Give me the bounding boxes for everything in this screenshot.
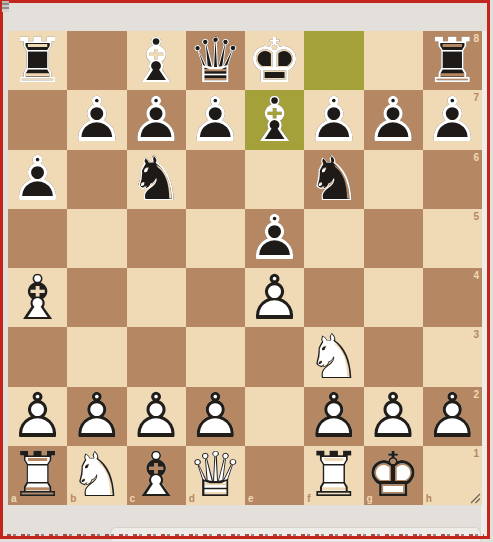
black-pawn-outline-glyph: ♙ <box>364 90 423 149</box>
black-pawn-outline-glyph: ♙ <box>245 209 304 268</box>
square-g8[interactable] <box>364 31 423 90</box>
black-bishop-glyph: ♝ <box>245 90 304 149</box>
square-g6[interactable] <box>364 150 423 209</box>
square-g1[interactable]: ♚♔g <box>364 446 423 505</box>
black-pawn-glyph: ♟ <box>245 209 304 268</box>
square-a4[interactable]: ♝♗ <box>8 268 67 327</box>
square-e5[interactable]: ♟♙ <box>245 209 304 268</box>
white-pawn-glyph: ♟ <box>245 268 304 327</box>
file-label-d: d <box>189 493 195 504</box>
square-a5[interactable] <box>8 209 67 268</box>
square-d2[interactable]: ♟♙ <box>186 387 245 446</box>
black-knight-glyph: ♞ <box>127 150 186 209</box>
right-margin-strip <box>481 31 488 539</box>
square-c7[interactable]: ♟♙ <box>127 90 186 149</box>
file-label-b: b <box>70 493 76 504</box>
white-pawn-outline-glyph: ♙ <box>304 387 363 446</box>
white-rook-glyph: ♜ <box>304 446 363 505</box>
square-h7[interactable]: ♟♙7 <box>423 90 482 149</box>
square-b7[interactable]: ♟♙ <box>67 90 126 149</box>
file-label-f: f <box>307 493 310 504</box>
square-c6[interactable]: ♞♘ <box>127 150 186 209</box>
rank-label-1: 1 <box>473 448 479 459</box>
board-grid[interactable]: ♜♖♝♗♛♕♚♔♜♖8♟♙♟♙♟♙♝♗♟♙♟♙♟♙7♟♙♞♘♞♘6♟♙5♝♗♟♙… <box>8 31 482 505</box>
screenshot-root: ♜♖♝♗♛♕♚♔♜♖8♟♙♟♙♟♙♝♗♟♙♟♙♟♙7♟♙♞♘♞♘6♟♙5♝♗♟♙… <box>0 0 493 542</box>
square-e7[interactable]: ♝♗ <box>245 90 304 149</box>
square-d5[interactable] <box>186 209 245 268</box>
white-bishop-outline-glyph: ♗ <box>127 446 186 505</box>
square-a6[interactable]: ♟♙ <box>8 150 67 209</box>
white-pawn-glyph: ♟ <box>127 387 186 446</box>
piece-white-pawn[interactable]: ♟♙ <box>127 387 186 446</box>
white-pawn-outline-glyph: ♙ <box>364 387 423 446</box>
piece-black-knight[interactable]: ♞♘ <box>304 150 363 209</box>
square-c1[interactable]: ♝♗c <box>127 446 186 505</box>
square-g4[interactable] <box>364 268 423 327</box>
board-resize-handle-icon[interactable] <box>469 492 481 504</box>
white-pawn-outline-glyph: ♙ <box>127 387 186 446</box>
rank-label-6: 6 <box>473 152 479 163</box>
black-king-glyph: ♚ <box>245 31 304 90</box>
piece-black-bishop[interactable]: ♝♗ <box>245 90 304 149</box>
square-g3[interactable] <box>364 327 423 386</box>
piece-white-pawn[interactable]: ♟♙ <box>8 387 67 446</box>
square-c5[interactable] <box>127 209 186 268</box>
black-pawn-glyph: ♟ <box>127 90 186 149</box>
square-f6[interactable]: ♞♘ <box>304 150 363 209</box>
file-label-a: a <box>11 493 17 504</box>
square-e3[interactable] <box>245 327 304 386</box>
white-rook-outline-glyph: ♖ <box>304 446 363 505</box>
square-f1[interactable]: ♜♖f <box>304 446 363 505</box>
white-pawn-outline-glyph: ♙ <box>186 387 245 446</box>
square-d8[interactable]: ♛♕ <box>186 31 245 90</box>
black-bishop-outline-glyph: ♗ <box>245 90 304 149</box>
piece-white-bishop[interactable]: ♝♗ <box>127 446 186 505</box>
white-pawn-glyph: ♟ <box>186 387 245 446</box>
black-queen-glyph: ♛ <box>186 31 245 90</box>
white-knight-outline-glyph: ♘ <box>304 327 363 386</box>
piece-black-pawn[interactable]: ♟♙ <box>304 90 363 149</box>
square-f2[interactable]: ♟♙ <box>304 387 363 446</box>
black-knight-glyph: ♞ <box>304 150 363 209</box>
piece-white-knight[interactable]: ♞♘ <box>304 327 363 386</box>
square-c2[interactable]: ♟♙ <box>127 387 186 446</box>
white-pawn-glyph: ♟ <box>67 387 126 446</box>
black-pawn-outline-glyph: ♙ <box>127 90 186 149</box>
square-e6[interactable] <box>245 150 304 209</box>
black-pawn-glyph: ♟ <box>186 90 245 149</box>
black-knight-outline-glyph: ♘ <box>304 150 363 209</box>
square-h6[interactable]: 6 <box>423 150 482 209</box>
white-bishop-glyph: ♝ <box>127 446 186 505</box>
square-b5[interactable] <box>67 209 126 268</box>
piece-black-pawn[interactable]: ♟♙ <box>245 209 304 268</box>
black-queen-outline-glyph: ♕ <box>186 31 245 90</box>
square-h2[interactable]: ♟♙2 <box>423 387 482 446</box>
square-d1[interactable]: ♛♕d <box>186 446 245 505</box>
file-label-e: e <box>248 493 254 504</box>
square-b1[interactable]: ♞♘b <box>67 446 126 505</box>
black-pawn-glyph: ♟ <box>8 150 67 209</box>
piece-black-rook[interactable]: ♜♖ <box>8 31 67 90</box>
black-bishop-outline-glyph: ♗ <box>127 31 186 90</box>
square-h4[interactable]: 4 <box>423 268 482 327</box>
square-b3[interactable] <box>67 327 126 386</box>
square-b2[interactable]: ♟♙ <box>67 387 126 446</box>
piece-white-pawn[interactable]: ♟♙ <box>67 387 126 446</box>
square-g5[interactable] <box>364 209 423 268</box>
square-c8[interactable]: ♝♗ <box>127 31 186 90</box>
square-b8[interactable] <box>67 31 126 90</box>
square-c3[interactable] <box>127 327 186 386</box>
square-f3[interactable]: ♞♘ <box>304 327 363 386</box>
piece-white-bishop[interactable]: ♝♗ <box>8 268 67 327</box>
rank-label-7: 7 <box>473 92 479 103</box>
piece-black-pawn[interactable]: ♟♙ <box>186 90 245 149</box>
square-g2[interactable]: ♟♙ <box>364 387 423 446</box>
square-a2[interactable]: ♟♙ <box>8 387 67 446</box>
white-pawn-glyph: ♟ <box>364 387 423 446</box>
black-pawn-outline-glyph: ♙ <box>186 90 245 149</box>
black-pawn-glyph: ♟ <box>67 90 126 149</box>
square-f5[interactable] <box>304 209 363 268</box>
black-knight-outline-glyph: ♘ <box>127 150 186 209</box>
piece-black-pawn[interactable]: ♟♙ <box>67 90 126 149</box>
square-d4[interactable] <box>186 268 245 327</box>
white-pawn-glyph: ♟ <box>8 387 67 446</box>
clipped-text-artifact <box>7 534 484 538</box>
square-f8[interactable] <box>304 31 363 90</box>
square-a8[interactable]: ♜♖ <box>8 31 67 90</box>
square-d7[interactable]: ♟♙ <box>186 90 245 149</box>
square-e8[interactable]: ♚♔ <box>245 31 304 90</box>
piece-white-pawn[interactable]: ♟♙ <box>186 387 245 446</box>
square-g7[interactable]: ♟♙ <box>364 90 423 149</box>
piece-white-pawn[interactable]: ♟♙ <box>245 268 304 327</box>
square-h8[interactable]: ♜♖8 <box>423 31 482 90</box>
file-label-h: h <box>426 493 432 504</box>
square-d6[interactable] <box>186 150 245 209</box>
black-pawn-outline-glyph: ♙ <box>8 150 67 209</box>
file-label-g: g <box>367 493 373 504</box>
piece-black-king[interactable]: ♚♔ <box>245 31 304 90</box>
black-pawn-glyph: ♟ <box>364 90 423 149</box>
rank-label-8: 8 <box>473 33 479 44</box>
piece-black-queen[interactable]: ♛♕ <box>186 31 245 90</box>
piece-white-rook[interactable]: ♜♖ <box>304 446 363 505</box>
black-king-outline-glyph: ♔ <box>245 31 304 90</box>
chess-board[interactable]: ♜♖♝♗♛♕♚♔♜♖8♟♙♟♙♟♙♝♗♟♙♟♙♟♙7♟♙♞♘♞♘6♟♙5♝♗♟♙… <box>8 31 482 505</box>
white-pawn-outline-glyph: ♙ <box>245 268 304 327</box>
square-d3[interactable] <box>186 327 245 386</box>
piece-black-pawn[interactable]: ♟♙ <box>8 150 67 209</box>
piece-black-pawn[interactable]: ♟♙ <box>364 90 423 149</box>
piece-black-knight[interactable]: ♞♘ <box>127 150 186 209</box>
piece-white-pawn[interactable]: ♟♙ <box>304 387 363 446</box>
file-label-c: c <box>130 493 136 504</box>
black-bishop-glyph: ♝ <box>127 31 186 90</box>
black-pawn-glyph: ♟ <box>304 90 363 149</box>
white-pawn-glyph: ♟ <box>304 387 363 446</box>
top-bar <box>0 0 490 31</box>
white-bishop-outline-glyph: ♗ <box>8 268 67 327</box>
rank-label-4: 4 <box>473 270 479 281</box>
white-pawn-outline-glyph: ♙ <box>67 387 126 446</box>
piece-black-pawn[interactable]: ♟♙ <box>127 90 186 149</box>
rank-label-2: 2 <box>473 389 479 400</box>
white-pawn-outline-glyph: ♙ <box>8 387 67 446</box>
rank-label-5: 5 <box>473 211 479 222</box>
square-c4[interactable] <box>127 268 186 327</box>
black-rook-glyph: ♜ <box>8 31 67 90</box>
black-pawn-outline-glyph: ♙ <box>304 90 363 149</box>
piece-white-pawn[interactable]: ♟♙ <box>364 387 423 446</box>
piece-black-bishop[interactable]: ♝♗ <box>127 31 186 90</box>
square-a7[interactable] <box>8 90 67 149</box>
square-e1[interactable]: e <box>245 446 304 505</box>
square-a3[interactable] <box>8 327 67 386</box>
black-rook-outline-glyph: ♖ <box>8 31 67 90</box>
square-h3[interactable]: 3 <box>423 327 482 386</box>
white-knight-glyph: ♞ <box>304 327 363 386</box>
square-e4[interactable]: ♟♙ <box>245 268 304 327</box>
square-e2[interactable] <box>245 387 304 446</box>
square-f4[interactable] <box>304 268 363 327</box>
black-pawn-outline-glyph: ♙ <box>67 90 126 149</box>
rank-label-3: 3 <box>473 329 479 340</box>
square-h5[interactable]: 5 <box>423 209 482 268</box>
square-a1[interactable]: ♜♖a <box>8 446 67 505</box>
square-b6[interactable] <box>67 150 126 209</box>
square-f7[interactable]: ♟♙ <box>304 90 363 149</box>
white-bishop-glyph: ♝ <box>8 268 67 327</box>
corner-artifact-icon <box>2 1 9 12</box>
square-b4[interactable] <box>67 268 126 327</box>
